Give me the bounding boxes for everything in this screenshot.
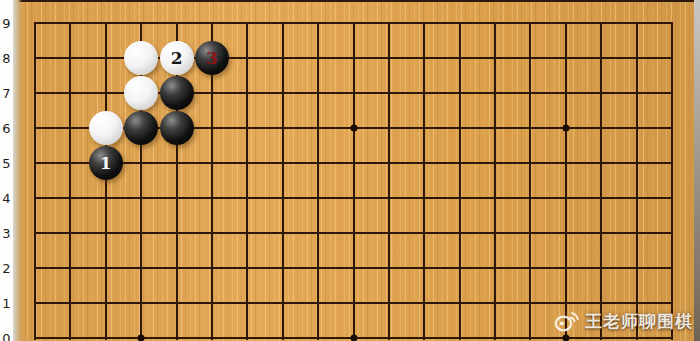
- star-point: [350, 335, 357, 341]
- watermark-text: 王老师聊围棋: [585, 310, 693, 333]
- star-point: [562, 125, 569, 132]
- grid-line-vertical: [246, 22, 248, 340]
- grid-line-horizontal: [34, 162, 673, 164]
- grid-line-vertical: [423, 22, 425, 340]
- row-coordinate-label: 7: [0, 87, 13, 100]
- grid-line-vertical: [317, 22, 319, 340]
- grid-line-vertical: [529, 22, 531, 340]
- go-stone-black-F18: 3: [195, 41, 229, 75]
- row-coordinate-label: 1: [0, 297, 13, 310]
- row-coordinate-label: 0: [0, 332, 13, 341]
- grid-line-horizontal: [34, 232, 673, 234]
- move-number-3: 3: [206, 50, 218, 67]
- go-stone-white-D17: [124, 76, 158, 110]
- grid-line-vertical: [34, 22, 36, 340]
- go-stone-black-C15: 1: [89, 146, 123, 180]
- grid-line-vertical: [494, 22, 496, 340]
- grid-line-horizontal: [34, 197, 673, 199]
- move-number-2: 2: [171, 50, 183, 67]
- go-stone-white-D18: [124, 41, 158, 75]
- grid-line-vertical: [105, 22, 107, 340]
- watermark: 王老师聊围棋: [554, 310, 693, 333]
- move-number-1: 1: [100, 155, 112, 172]
- grid-line-horizontal: [34, 22, 673, 24]
- grid-line-vertical: [636, 22, 638, 340]
- grid-line-horizontal: [34, 267, 673, 269]
- row-coordinate-label: 3: [0, 227, 13, 240]
- grid-line-vertical: [565, 22, 567, 340]
- grid-line-vertical: [671, 22, 673, 340]
- grid-line-vertical: [282, 22, 284, 340]
- go-stone-white-E18: 2: [160, 41, 194, 75]
- row-coordinate-label: 6: [0, 122, 13, 135]
- go-stone-black-E17: [160, 76, 194, 110]
- row-coordinate-label: 2: [0, 262, 13, 275]
- star-point: [350, 125, 357, 132]
- row-coordinate-label: 5: [0, 157, 13, 170]
- grid-line-vertical: [459, 22, 461, 340]
- board-left-bevel: [13, 0, 22, 341]
- board-right-edge: [694, 0, 700, 341]
- grid-line-vertical: [388, 22, 390, 340]
- go-stone-white-C16: [89, 111, 123, 145]
- star-point: [138, 335, 145, 341]
- go-stone-black-E16: [160, 111, 194, 145]
- row-coordinate-label: 8: [0, 52, 13, 65]
- star-point: [562, 335, 569, 341]
- grid-line-horizontal: [34, 302, 673, 304]
- grid-line-vertical: [600, 22, 602, 340]
- grid-line-vertical: [353, 22, 355, 340]
- row-coordinate-label: 9: [0, 17, 13, 30]
- go-stone-black-D16: [124, 111, 158, 145]
- weibo-icon: [554, 310, 579, 333]
- row-coordinate-label: 4: [0, 192, 13, 205]
- grid-line-vertical: [69, 22, 71, 340]
- board-top-edge: [13, 0, 700, 2]
- go-diagram: 231 王老师聊围棋 9876543210: [0, 0, 700, 341]
